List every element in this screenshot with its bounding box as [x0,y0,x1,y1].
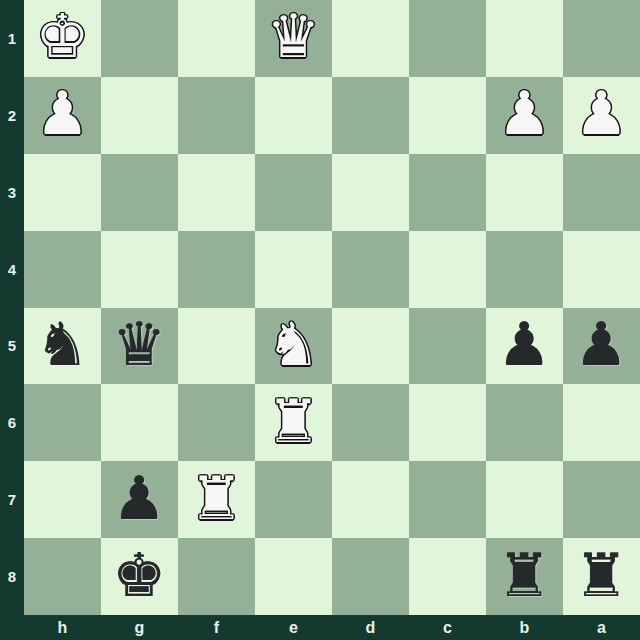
square-c5[interactable] [409,308,486,385]
square-d1[interactable] [332,0,409,77]
white-pawn-h2[interactable]: ♟ [36,83,90,143]
square-h6[interactable] [24,384,101,461]
square-f4[interactable] [178,231,255,308]
square-e2[interactable] [255,77,332,154]
chess-board: ♚♛♟♟♟♞♛♞♟♟♜♟♜♚♜♜ [24,0,640,615]
square-d4[interactable] [332,231,409,308]
square-h3[interactable] [24,154,101,231]
rank-label-8: 8 [0,538,24,615]
file-label-a: a [563,615,640,640]
white-king-h1[interactable]: ♚ [36,6,90,66]
file-label-e: e [255,615,332,640]
square-h7[interactable] [24,461,101,538]
square-f8[interactable] [178,538,255,615]
rank-label-7: 7 [0,461,24,538]
square-b1[interactable] [486,0,563,77]
black-pawn-b5[interactable]: ♟ [498,314,552,374]
square-b3[interactable] [486,154,563,231]
square-g7[interactable]: ♟ [101,461,178,538]
black-king-g8[interactable]: ♚ [113,545,167,605]
square-g1[interactable] [101,0,178,77]
square-d7[interactable] [332,461,409,538]
square-c8[interactable] [409,538,486,615]
square-e1[interactable]: ♛ [255,0,332,77]
white-queen-e1[interactable]: ♛ [267,6,321,66]
black-rook-b8[interactable]: ♜ [498,545,552,605]
square-c4[interactable] [409,231,486,308]
rank-label-5: 5 [0,308,24,385]
square-f6[interactable] [178,384,255,461]
square-f2[interactable] [178,77,255,154]
square-e4[interactable] [255,231,332,308]
square-g3[interactable] [101,154,178,231]
square-d8[interactable] [332,538,409,615]
square-a4[interactable] [563,231,640,308]
square-f5[interactable] [178,308,255,385]
square-g8[interactable]: ♚ [101,538,178,615]
black-pawn-a5[interactable]: ♟ [575,314,629,374]
square-a8[interactable]: ♜ [563,538,640,615]
square-b6[interactable] [486,384,563,461]
rank-label-6: 6 [0,384,24,461]
rank-label-2: 2 [0,77,24,154]
square-c6[interactable] [409,384,486,461]
square-h4[interactable] [24,231,101,308]
file-label-c: c [409,615,486,640]
square-d6[interactable] [332,384,409,461]
square-d2[interactable] [332,77,409,154]
square-c1[interactable] [409,0,486,77]
square-c7[interactable] [409,461,486,538]
white-rook-f7[interactable]: ♜ [190,468,244,528]
square-e6[interactable]: ♜ [255,384,332,461]
square-a3[interactable] [563,154,640,231]
rank-label-1: 1 [0,0,24,77]
square-g2[interactable] [101,77,178,154]
square-d3[interactable] [332,154,409,231]
black-queen-g5[interactable]: ♛ [113,314,167,374]
square-d5[interactable] [332,308,409,385]
square-g6[interactable] [101,384,178,461]
square-f1[interactable] [178,0,255,77]
square-f7[interactable]: ♜ [178,461,255,538]
rank-label-3: 3 [0,154,24,231]
white-pawn-b2[interactable]: ♟ [498,83,552,143]
rank-labels: 12345678 [0,0,24,615]
chess-board-window: 12345678 ♚♛♟♟♟♞♛♞♟♟♜♟♜♚♜♜ hgfedcba [0,0,640,640]
square-g5[interactable]: ♛ [101,308,178,385]
square-e8[interactable] [255,538,332,615]
square-b7[interactable] [486,461,563,538]
file-label-f: f [178,615,255,640]
square-a2[interactable]: ♟ [563,77,640,154]
square-c3[interactable] [409,154,486,231]
square-h5[interactable]: ♞ [24,308,101,385]
black-pawn-g7[interactable]: ♟ [113,468,167,528]
white-rook-e6[interactable]: ♜ [267,391,321,451]
white-pawn-a2[interactable]: ♟ [575,83,629,143]
square-a1[interactable] [563,0,640,77]
square-h2[interactable]: ♟ [24,77,101,154]
square-a6[interactable] [563,384,640,461]
square-h1[interactable]: ♚ [24,0,101,77]
file-labels: hgfedcba [0,615,640,640]
square-e5[interactable]: ♞ [255,308,332,385]
file-label-h: h [24,615,101,640]
file-label-d: d [332,615,409,640]
black-rook-a8[interactable]: ♜ [575,545,629,605]
square-h8[interactable] [24,538,101,615]
file-label-b: b [486,615,563,640]
square-g4[interactable] [101,231,178,308]
square-a7[interactable] [563,461,640,538]
square-b4[interactable] [486,231,563,308]
black-knight-h5[interactable]: ♞ [36,314,90,374]
square-e3[interactable] [255,154,332,231]
square-c2[interactable] [409,77,486,154]
square-b8[interactable]: ♜ [486,538,563,615]
square-b2[interactable]: ♟ [486,77,563,154]
square-b5[interactable]: ♟ [486,308,563,385]
square-e7[interactable] [255,461,332,538]
square-f3[interactable] [178,154,255,231]
file-label-g: g [101,615,178,640]
rank-label-4: 4 [0,231,24,308]
white-knight-e5[interactable]: ♞ [267,314,321,374]
square-a5[interactable]: ♟ [563,308,640,385]
